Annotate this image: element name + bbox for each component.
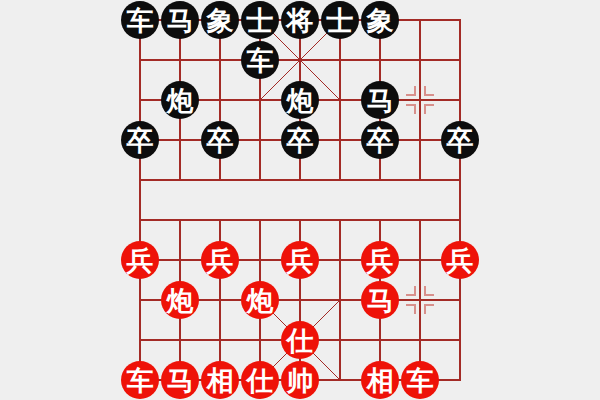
star-corner-bracket xyxy=(424,286,434,296)
piece-black-chariot[interactable]: 车 xyxy=(121,1,159,39)
piece-black-elephant[interactable]: 象 xyxy=(201,1,239,39)
piece-black-advisor[interactable]: 士 xyxy=(321,1,359,39)
piece-black-cannon[interactable]: 炮 xyxy=(161,81,199,119)
star-corner-bracket xyxy=(424,304,434,314)
piece-black-chariot[interactable]: 车 xyxy=(241,41,279,79)
piece-red-horse[interactable]: 马 xyxy=(161,361,199,399)
piece-red-cannon[interactable]: 炮 xyxy=(241,281,279,319)
piece-black-horse[interactable]: 马 xyxy=(361,81,399,119)
piece-red-advisor[interactable]: 仕 xyxy=(281,321,319,359)
piece-red-cannon[interactable]: 炮 xyxy=(161,281,199,319)
piece-red-horse[interactable]: 马 xyxy=(361,281,399,319)
piece-red-advisor[interactable]: 仕 xyxy=(241,361,279,399)
piece-black-horse[interactable]: 马 xyxy=(161,1,199,39)
xiangqi-board[interactable]: 车马象士将士象车炮炮马卒卒卒卒卒兵兵兵兵兵炮炮马仕车马相仕帅相车 xyxy=(0,0,600,400)
piece-red-elephant[interactable]: 相 xyxy=(201,361,239,399)
star-point-marker xyxy=(406,286,434,314)
piece-black-soldier[interactable]: 卒 xyxy=(361,121,399,159)
star-corner-bracket xyxy=(406,286,416,296)
piece-black-general[interactable]: 将 xyxy=(281,1,319,39)
piece-red-soldier[interactable]: 兵 xyxy=(441,241,479,279)
star-corner-bracket xyxy=(406,304,416,314)
piece-red-general[interactable]: 帅 xyxy=(281,361,319,399)
piece-red-chariot[interactable]: 车 xyxy=(121,361,159,399)
piece-black-cannon[interactable]: 炮 xyxy=(281,81,319,119)
piece-black-soldier[interactable]: 卒 xyxy=(281,121,319,159)
piece-black-elephant[interactable]: 象 xyxy=(361,1,399,39)
star-point-marker xyxy=(406,86,434,114)
star-corner-bracket xyxy=(406,104,416,114)
piece-red-soldier[interactable]: 兵 xyxy=(121,241,159,279)
piece-red-chariot[interactable]: 车 xyxy=(401,361,439,399)
piece-red-soldier[interactable]: 兵 xyxy=(281,241,319,279)
piece-black-advisor[interactable]: 士 xyxy=(241,1,279,39)
piece-black-soldier[interactable]: 卒 xyxy=(201,121,239,159)
piece-red-soldier[interactable]: 兵 xyxy=(361,241,399,279)
star-corner-bracket xyxy=(424,104,434,114)
piece-black-soldier[interactable]: 卒 xyxy=(441,121,479,159)
piece-black-soldier[interactable]: 卒 xyxy=(121,121,159,159)
piece-red-soldier[interactable]: 兵 xyxy=(201,241,239,279)
piece-red-elephant[interactable]: 相 xyxy=(361,361,399,399)
star-corner-bracket xyxy=(406,86,416,96)
star-corner-bracket xyxy=(424,86,434,96)
